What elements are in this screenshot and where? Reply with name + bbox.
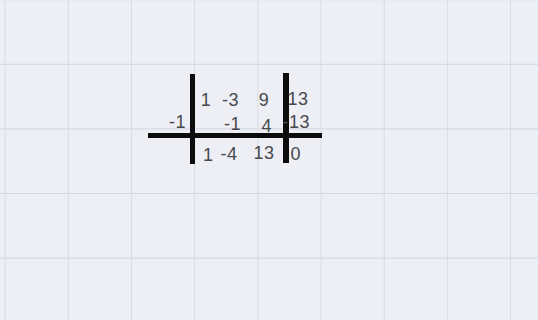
product-value: 4 (262, 117, 273, 135)
whiteboard-canvas: -1 1 -3 9 13 -1 4 -13 1 -4 13 0 (0, 0, 538, 320)
dividend-coefficient: 9 (259, 91, 270, 109)
product-value: -1 (224, 115, 241, 133)
sum-underline (148, 133, 323, 138)
product-value: -13 (283, 113, 311, 131)
divisor-value: -1 (169, 113, 186, 131)
result-value: 1 (203, 146, 214, 164)
result-value: -4 (220, 145, 237, 163)
dividend-constant: 13 (287, 90, 308, 108)
remainder-value: 0 (291, 145, 302, 163)
left-bracket-bar (190, 74, 196, 165)
dividend-coefficient: 1 (201, 91, 212, 109)
dividend-coefficient: -3 (222, 91, 239, 109)
result-value: 13 (253, 144, 274, 162)
